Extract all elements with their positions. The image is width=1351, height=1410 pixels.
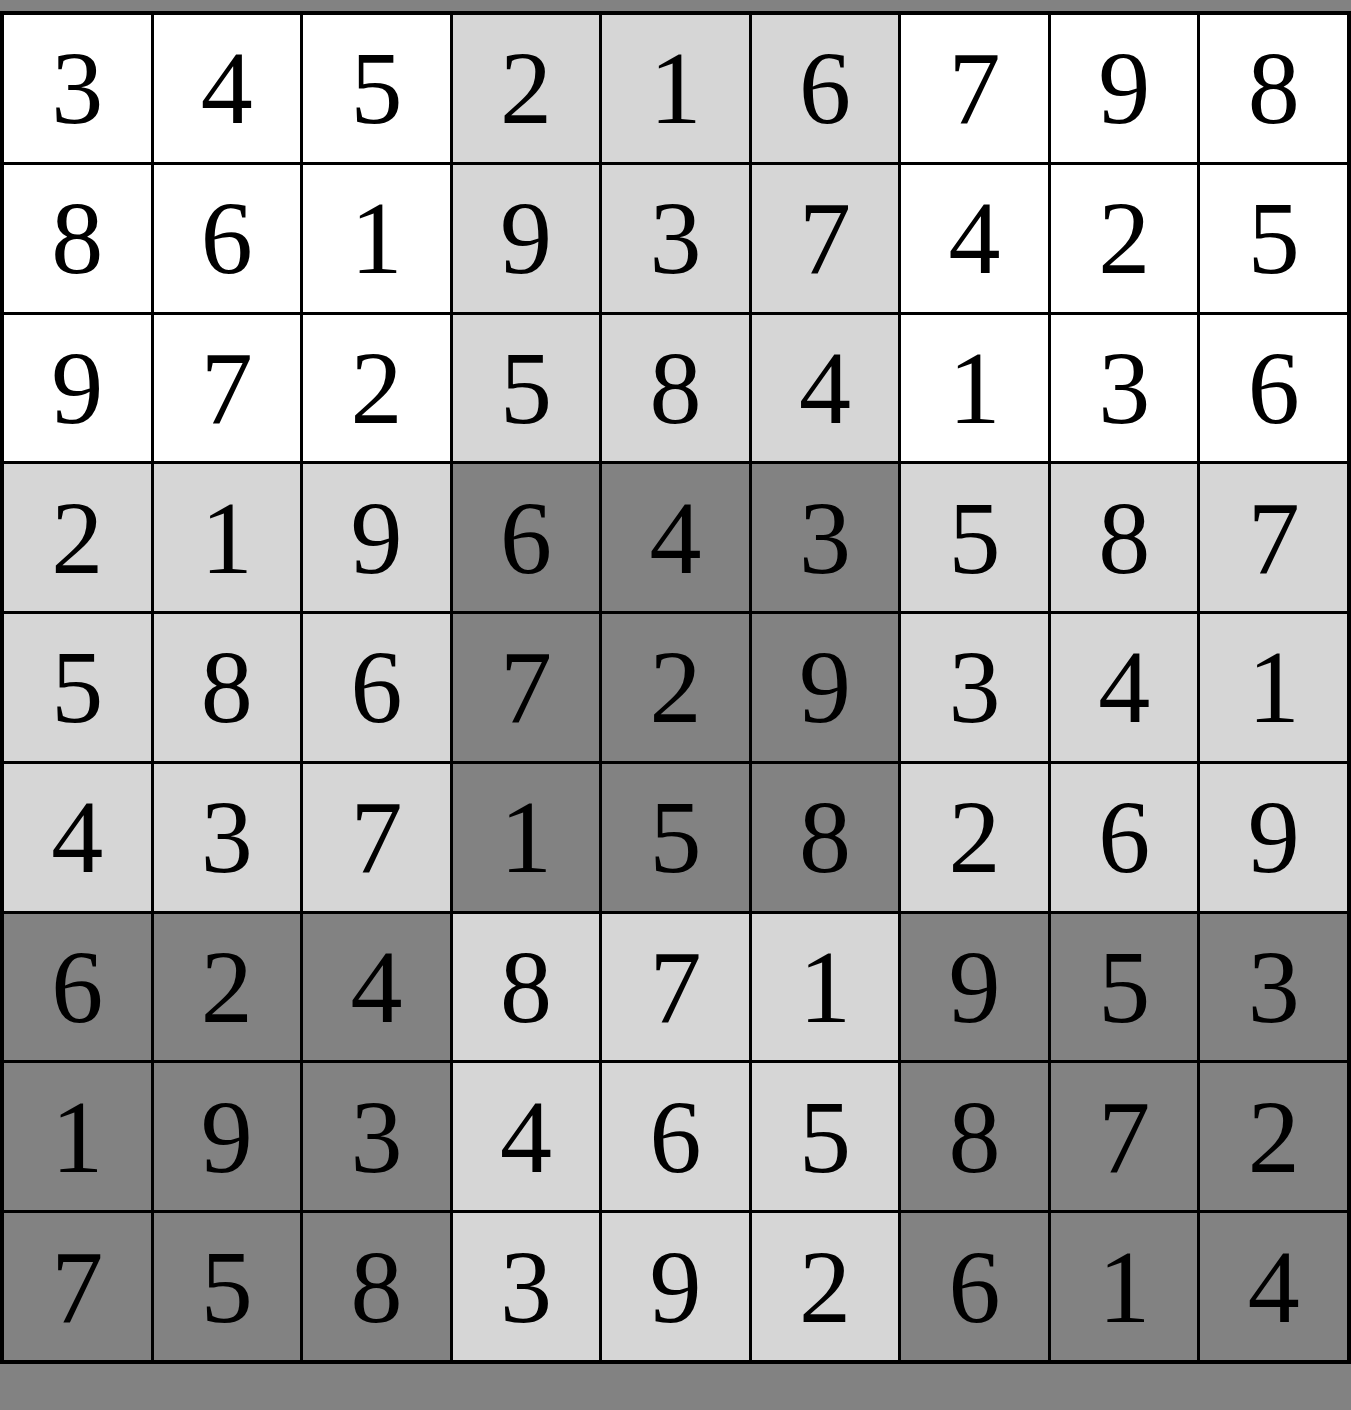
digit: 4 — [201, 36, 253, 140]
digit: 6 — [949, 1235, 1001, 1339]
digit: 6 — [1248, 336, 1300, 440]
cell-r3c3[interactable]: 2 — [303, 315, 450, 462]
cell-r8c3[interactable]: 3 — [303, 1063, 450, 1210]
cell-r2c2[interactable]: 6 — [154, 165, 301, 312]
cell-r5c5[interactable]: 2 — [602, 614, 749, 761]
cell-r3c7[interactable]: 1 — [901, 315, 1048, 462]
digit: 1 — [649, 36, 701, 140]
digit: 2 — [799, 1235, 851, 1339]
digit: 4 — [51, 785, 103, 889]
cell-r4c3[interactable]: 9 — [303, 464, 450, 611]
digit: 4 — [1098, 635, 1150, 739]
digit: 7 — [51, 1235, 103, 1339]
digit: 3 — [51, 36, 103, 140]
cell-r3c5[interactable]: 8 — [602, 315, 749, 462]
digit: 4 — [799, 336, 851, 440]
digit: 5 — [649, 785, 701, 889]
digit: 2 — [1098, 186, 1150, 290]
digit: 5 — [500, 336, 552, 440]
digit: 5 — [1248, 186, 1300, 290]
cell-r7c9[interactable]: 3 — [1200, 914, 1347, 1061]
digit: 3 — [1098, 336, 1150, 440]
cell-r2c5[interactable]: 3 — [602, 165, 749, 312]
cell-r7c3[interactable]: 4 — [303, 914, 450, 1061]
cell-r5c8[interactable]: 4 — [1051, 614, 1198, 761]
cell-r8c1[interactable]: 1 — [4, 1063, 151, 1210]
cell-r3c9[interactable]: 6 — [1200, 315, 1347, 462]
cell-r9c1[interactable]: 7 — [4, 1213, 151, 1360]
digit: 8 — [1098, 486, 1150, 590]
cell-r8c5[interactable]: 6 — [602, 1063, 749, 1210]
digit: 6 — [799, 36, 851, 140]
cell-r8c6[interactable]: 5 — [752, 1063, 899, 1210]
cell-r2c7[interactable]: 4 — [901, 165, 1048, 312]
cell-r6c3[interactable]: 7 — [303, 764, 450, 911]
digit: 1 — [799, 935, 851, 1039]
digit: 1 — [949, 336, 1001, 440]
cell-r8c9[interactable]: 2 — [1200, 1063, 1347, 1210]
digit: 7 — [201, 336, 253, 440]
digit: 5 — [201, 1235, 253, 1339]
digit: 9 — [500, 186, 552, 290]
cell-r7c6[interactable]: 1 — [752, 914, 899, 1061]
cell-r8c2[interactable]: 9 — [154, 1063, 301, 1210]
cell-r2c9[interactable]: 5 — [1200, 165, 1347, 312]
cell-r7c2[interactable]: 2 — [154, 914, 301, 1061]
cell-r2c3[interactable]: 1 — [303, 165, 450, 312]
cell-r1c8[interactable]: 9 — [1051, 15, 1198, 162]
digit: 5 — [51, 635, 103, 739]
cell-r2c6[interactable]: 7 — [752, 165, 899, 312]
digit: 8 — [350, 1235, 402, 1339]
cell-r1c9[interactable]: 8 — [1200, 15, 1347, 162]
cell-r4c5[interactable]: 4 — [602, 464, 749, 611]
sudoku-board: 3452167988619374259725841362196435875867… — [0, 11, 1351, 1364]
digit: 7 — [949, 36, 1001, 140]
cell-r3c8[interactable]: 3 — [1051, 315, 1198, 462]
digit: 7 — [500, 635, 552, 739]
digit: 2 — [201, 935, 253, 1039]
digit: 4 — [1248, 1235, 1300, 1339]
cell-r5c1[interactable]: 5 — [4, 614, 151, 761]
digit: 4 — [649, 486, 701, 590]
digit: 9 — [350, 486, 402, 590]
digit: 1 — [1098, 1235, 1150, 1339]
digit: 5 — [1098, 935, 1150, 1039]
digit: 7 — [1098, 1085, 1150, 1189]
cell-r7c7[interactable]: 9 — [901, 914, 1048, 1061]
cell-r7c1[interactable]: 6 — [4, 914, 151, 1061]
cell-r4c9[interactable]: 7 — [1200, 464, 1347, 611]
cell-r9c8[interactable]: 1 — [1051, 1213, 1198, 1360]
cell-r5c9[interactable]: 1 — [1200, 614, 1347, 761]
cell-r6c4[interactable]: 1 — [453, 764, 600, 911]
cell-r5c7[interactable]: 3 — [901, 614, 1048, 761]
cell-r9c9[interactable]: 4 — [1200, 1213, 1347, 1360]
digit: 7 — [649, 935, 701, 1039]
cell-r5c4[interactable]: 7 — [453, 614, 600, 761]
cell-r4c6[interactable]: 3 — [752, 464, 899, 611]
digit: 8 — [51, 186, 103, 290]
digit: 6 — [201, 186, 253, 290]
cell-r2c8[interactable]: 2 — [1051, 165, 1198, 312]
digit: 8 — [949, 1085, 1001, 1189]
digit: 8 — [1248, 36, 1300, 140]
digit: 3 — [799, 486, 851, 590]
digit: 5 — [799, 1085, 851, 1189]
cell-r6c2[interactable]: 3 — [154, 764, 301, 911]
cell-r4c1[interactable]: 2 — [4, 464, 151, 611]
cell-r5c3[interactable]: 6 — [303, 614, 450, 761]
digit: 9 — [1098, 36, 1150, 140]
cell-r9c4[interactable]: 3 — [453, 1213, 600, 1360]
digit: 1 — [500, 785, 552, 889]
top-frame-band — [0, 0, 1351, 11]
cell-r7c8[interactable]: 5 — [1051, 914, 1198, 1061]
digit: 9 — [949, 935, 1001, 1039]
cell-r8c4[interactable]: 4 — [453, 1063, 600, 1210]
cell-r5c2[interactable]: 8 — [154, 614, 301, 761]
cell-r4c2[interactable]: 1 — [154, 464, 301, 611]
cell-r6c5[interactable]: 5 — [602, 764, 749, 911]
digit: 3 — [1248, 935, 1300, 1039]
digit: 5 — [350, 36, 402, 140]
digit: 9 — [51, 336, 103, 440]
digit: 2 — [949, 785, 1001, 889]
cell-r6c9[interactable]: 9 — [1200, 764, 1347, 911]
bottom-frame-band — [0, 1364, 1351, 1410]
cell-r3c2[interactable]: 7 — [154, 315, 301, 462]
cell-r6c8[interactable]: 6 — [1051, 764, 1198, 911]
digit: 5 — [949, 486, 1001, 590]
digit: 6 — [350, 635, 402, 739]
digit: 1 — [350, 186, 402, 290]
digit: 7 — [350, 785, 402, 889]
cell-r8c8[interactable]: 7 — [1051, 1063, 1198, 1210]
cell-r4c4[interactable]: 6 — [453, 464, 600, 611]
digit: 3 — [500, 1235, 552, 1339]
digit: 9 — [649, 1235, 701, 1339]
cell-r6c7[interactable]: 2 — [901, 764, 1048, 911]
digit: 7 — [1248, 486, 1300, 590]
cell-r5c6[interactable]: 9 — [752, 614, 899, 761]
digit: 3 — [649, 186, 701, 290]
cell-r1c2[interactable]: 4 — [154, 15, 301, 162]
cell-r9c5[interactable]: 9 — [602, 1213, 749, 1360]
cell-r7c5[interactable]: 7 — [602, 914, 749, 1061]
cell-r2c1[interactable]: 8 — [4, 165, 151, 312]
digit: 4 — [949, 186, 1001, 290]
digit: 6 — [51, 935, 103, 1039]
cell-r1c3[interactable]: 5 — [303, 15, 450, 162]
digit: 2 — [350, 336, 402, 440]
digit: 6 — [1098, 785, 1150, 889]
digit: 1 — [51, 1085, 103, 1189]
digit: 6 — [649, 1085, 701, 1189]
digit: 2 — [649, 635, 701, 739]
cell-r1c7[interactable]: 7 — [901, 15, 1048, 162]
digit: 4 — [500, 1085, 552, 1189]
digit: 8 — [649, 336, 701, 440]
cell-r7c4[interactable]: 8 — [453, 914, 600, 1061]
digit: 2 — [1248, 1085, 1300, 1189]
digit: 9 — [799, 635, 851, 739]
cell-r3c6[interactable]: 4 — [752, 315, 899, 462]
digit: 2 — [51, 486, 103, 590]
digit: 9 — [1248, 785, 1300, 889]
digit: 1 — [1248, 635, 1300, 739]
cell-r9c6[interactable]: 2 — [752, 1213, 899, 1360]
cell-r6c6[interactable]: 8 — [752, 764, 899, 911]
digit: 4 — [350, 935, 402, 1039]
cell-r3c4[interactable]: 5 — [453, 315, 600, 462]
cell-r3c1[interactable]: 9 — [4, 315, 151, 462]
cell-r1c4[interactable]: 2 — [453, 15, 600, 162]
cell-r9c2[interactable]: 5 — [154, 1213, 301, 1360]
cell-r1c6[interactable]: 6 — [752, 15, 899, 162]
cell-r4c8[interactable]: 8 — [1051, 464, 1198, 611]
digit: 3 — [350, 1085, 402, 1189]
cell-r1c5[interactable]: 1 — [602, 15, 749, 162]
cell-r4c7[interactable]: 5 — [901, 464, 1048, 611]
digit: 2 — [500, 36, 552, 140]
digit: 8 — [500, 935, 552, 1039]
digit: 8 — [799, 785, 851, 889]
cell-r2c4[interactable]: 9 — [453, 165, 600, 312]
cell-r1c1[interactable]: 3 — [4, 15, 151, 162]
digit: 3 — [949, 635, 1001, 739]
cell-r9c7[interactable]: 6 — [901, 1213, 1048, 1360]
cell-r6c1[interactable]: 4 — [4, 764, 151, 911]
digit: 9 — [201, 1085, 253, 1189]
digit: 3 — [201, 785, 253, 889]
digit: 8 — [201, 635, 253, 739]
digit: 1 — [201, 486, 253, 590]
cell-r9c3[interactable]: 8 — [303, 1213, 450, 1360]
digit: 6 — [500, 486, 552, 590]
digit: 7 — [799, 186, 851, 290]
cell-r8c7[interactable]: 8 — [901, 1063, 1048, 1210]
